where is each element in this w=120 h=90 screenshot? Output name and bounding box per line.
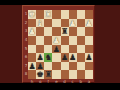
white-king[interactable]: ♚ [28, 10, 36, 19]
square-b4[interactable] [77, 36, 85, 45]
square-f3[interactable] [44, 27, 52, 36]
black-pawn[interactable]: ♟ [69, 53, 77, 62]
square-a7[interactable] [85, 62, 93, 71]
square-e8[interactable] [52, 70, 60, 79]
square-b3[interactable] [77, 27, 85, 36]
square-a8[interactable] [85, 70, 93, 79]
square-c2[interactable]: ♟ [69, 19, 77, 28]
black-rook[interactable]: ♜ [61, 27, 69, 36]
square-a2[interactable]: ♟ [85, 19, 93, 28]
black-pawn[interactable]: ♟ [28, 62, 36, 71]
square-c7[interactable] [69, 62, 77, 71]
square-e5[interactable]: ♟ [52, 45, 60, 54]
square-h1[interactable]: ♚ [28, 10, 36, 19]
square-c1[interactable] [69, 10, 77, 19]
black-king[interactable]: ♚ [36, 70, 44, 79]
square-g4[interactable] [36, 36, 44, 45]
white-rook[interactable]: ♜ [44, 10, 52, 19]
square-f6[interactable]: ♞ [44, 53, 52, 62]
chess-board: ♚♜♝♟♟♟♜♟♟♟♞♟♟♟♟♟♚♜ [28, 10, 93, 79]
square-d1[interactable] [61, 10, 69, 19]
square-a3[interactable] [85, 27, 93, 36]
square-c6[interactable]: ♟ [69, 53, 77, 62]
square-b6[interactable] [77, 53, 85, 62]
square-c5[interactable] [69, 45, 77, 54]
square-c8[interactable] [69, 70, 77, 79]
square-g2[interactable]: ♝ [36, 19, 44, 28]
black-pawn[interactable]: ♟ [61, 53, 69, 62]
white-pawn[interactable]: ♟ [85, 19, 93, 28]
square-h2[interactable] [28, 19, 36, 28]
square-b7[interactable] [77, 62, 85, 71]
square-b5[interactable] [77, 45, 85, 54]
square-h8[interactable] [28, 70, 36, 79]
square-g6[interactable]: ♟ [36, 53, 44, 62]
square-e3[interactable] [52, 27, 60, 36]
square-d3[interactable]: ♜ [61, 27, 69, 36]
square-h3[interactable]: ♟ [28, 27, 36, 36]
square-e1[interactable] [52, 10, 60, 19]
square-g3[interactable] [36, 27, 44, 36]
square-h4[interactable] [28, 36, 36, 45]
black-knight[interactable]: ♞ [44, 53, 52, 62]
black-pawn[interactable]: ♟ [36, 53, 44, 62]
square-d7[interactable] [61, 62, 69, 71]
square-e2[interactable] [52, 19, 60, 28]
square-a4[interactable] [85, 36, 93, 45]
white-pawn[interactable]: ♟ [28, 27, 36, 36]
square-g5[interactable] [36, 45, 44, 54]
square-c4[interactable] [69, 36, 77, 45]
square-b1[interactable] [77, 10, 85, 19]
square-a6[interactable]: ♟ [85, 53, 93, 62]
square-f1[interactable]: ♜ [44, 10, 52, 19]
square-g1[interactable] [36, 10, 44, 19]
square-c3[interactable] [69, 27, 77, 36]
square-f8[interactable]: ♜ [44, 70, 52, 79]
square-d8[interactable] [61, 70, 69, 79]
square-d4[interactable] [61, 36, 69, 45]
square-a1[interactable] [85, 10, 93, 19]
square-g8[interactable]: ♚ [36, 70, 44, 79]
white-pawn[interactable]: ♟ [52, 36, 60, 45]
square-f5[interactable] [44, 45, 52, 54]
chess-board-frame: 12345678 ♚♜♝♟♟♟♜♟♟♟♞♟♟♟♟♟♚♜ hgfedcba [22, 5, 95, 83]
white-bishop[interactable]: ♝ [36, 19, 44, 28]
square-d5[interactable] [61, 45, 69, 54]
white-pawn[interactable]: ♟ [69, 19, 77, 28]
square-b8[interactable] [77, 70, 85, 79]
square-a5[interactable] [85, 45, 93, 54]
black-rook[interactable]: ♜ [44, 70, 52, 79]
square-h6[interactable] [28, 53, 36, 62]
black-pawn[interactable]: ♟ [52, 45, 60, 54]
square-d6[interactable]: ♟ [61, 53, 69, 62]
square-e7[interactable] [52, 62, 60, 71]
square-h7[interactable]: ♟ [28, 62, 36, 71]
square-b2[interactable] [77, 19, 85, 28]
black-pawn[interactable]: ♟ [85, 53, 93, 62]
table-surface: 12345678 ♚♜♝♟♟♟♜♟♟♟♞♟♟♟♟♟♚♜ hgfedcba [0, 5, 120, 83]
letterbox-bottom [0, 83, 120, 90]
square-e4[interactable]: ♟ [52, 36, 60, 45]
square-e6[interactable] [52, 53, 60, 62]
square-h5[interactable] [28, 45, 36, 54]
square-d2[interactable] [61, 19, 69, 28]
square-f2[interactable] [44, 19, 52, 28]
square-f4[interactable] [44, 36, 52, 45]
